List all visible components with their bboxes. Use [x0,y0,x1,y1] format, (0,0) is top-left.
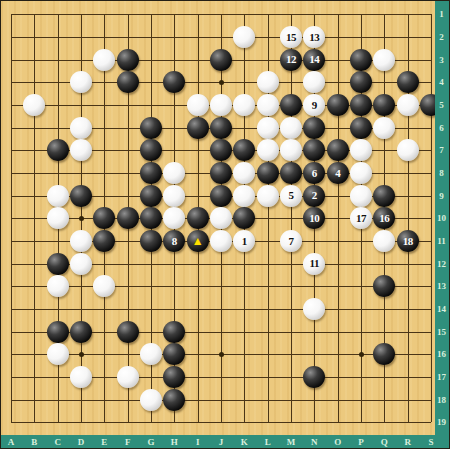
stone-F15[interactable] [117,321,139,343]
move-number: 17 [356,213,366,224]
stone-M3[interactable]: 12 [280,49,302,71]
stone-M6[interactable] [280,117,302,139]
stone-N9[interactable]: 2 [303,185,325,207]
grid-line-horizontal [11,422,431,423]
triangle-marker-icon: ▲ [192,235,204,247]
stone-C15[interactable] [47,321,69,343]
stone-D6[interactable] [70,117,92,139]
row-label-8: 8 [435,168,448,178]
stone-Q9[interactable] [373,185,395,207]
row-label-2: 2 [435,32,448,42]
stone-N6[interactable] [303,117,325,139]
stone-L5[interactable] [257,94,279,116]
stone-J5[interactable] [210,94,232,116]
row-label-11: 11 [435,236,448,246]
stone-D17[interactable] [70,366,92,388]
stone-J8[interactable] [210,162,232,184]
move-number: 9 [312,100,317,111]
stone-F10[interactable] [117,207,139,229]
row-label-5: 5 [435,100,448,110]
move-number: 12 [286,54,296,65]
stone-P6[interactable] [350,117,372,139]
stone-Q6[interactable] [373,117,395,139]
col-label-K: K [241,437,248,447]
move-number: 10 [309,213,319,224]
stone-M11[interactable]: 7 [280,230,302,252]
stone-G11[interactable] [140,230,162,252]
col-label-R: R [404,437,411,447]
stone-Q3[interactable] [373,49,395,71]
col-label-F: F [125,437,131,447]
grid-line-horizontal [11,309,431,310]
stone-N3[interactable]: 14 [303,49,325,71]
row-label-6: 6 [435,123,448,133]
stone-J3[interactable] [210,49,232,71]
stone-F3[interactable] [117,49,139,71]
col-label-G: G [147,437,154,447]
stone-E3[interactable] [93,49,115,71]
col-label-Q: Q [381,437,388,447]
stone-P5[interactable] [350,94,372,116]
stone-R5[interactable] [397,94,419,116]
stone-I10[interactable] [187,207,209,229]
stone-G18[interactable] [140,389,162,411]
stone-O8[interactable]: 4 [327,162,349,184]
row-label-19: 19 [435,417,448,427]
stone-C12[interactable] [47,253,69,275]
stone-L7[interactable] [257,139,279,161]
stone-J6[interactable] [210,117,232,139]
stone-D11[interactable] [70,230,92,252]
stone-H18[interactable] [163,389,185,411]
stone-G6[interactable] [140,117,162,139]
stone-J11[interactable] [210,230,232,252]
grid-line-vertical [431,14,432,422]
grid-line-vertical [338,14,339,422]
stone-K9[interactable] [233,185,255,207]
col-label-D: D [78,437,85,447]
row-label-14: 14 [435,304,448,314]
stone-P3[interactable] [350,49,372,71]
col-label-J: J [219,437,224,447]
stone-M5[interactable] [280,94,302,116]
stone-I5[interactable] [187,94,209,116]
move-number: 4 [335,168,340,179]
stone-M9[interactable]: 5 [280,185,302,207]
col-label-H: H [171,437,178,447]
row-label-12: 12 [435,259,448,269]
move-number: 6 [312,168,317,179]
stone-H15[interactable] [163,321,185,343]
stone-D12[interactable] [70,253,92,275]
stone-R11[interactable]: 18 [397,230,419,252]
move-number: 7 [289,236,294,247]
move-number: 11 [310,258,319,269]
row-label-4: 4 [435,77,448,87]
col-label-N: N [311,437,318,447]
stone-C13[interactable] [47,275,69,297]
go-board: 15131214964521017168▲171811 ABCDEFGHIJKL… [0,0,450,449]
row-label-10: 10 [435,213,448,223]
row-label-3: 3 [435,55,448,65]
stone-L8[interactable] [257,162,279,184]
stone-M2[interactable]: 15 [280,26,302,48]
move-number: 1 [242,236,247,247]
stone-P9[interactable] [350,185,372,207]
row-label-1: 1 [435,9,448,19]
row-label-9: 9 [435,191,448,201]
move-number: 13 [309,32,319,43]
stone-L4[interactable] [257,71,279,93]
stone-R7[interactable] [397,139,419,161]
row-label-18: 18 [435,395,448,405]
stone-C16[interactable] [47,343,69,365]
stone-J9[interactable] [210,185,232,207]
stone-F17[interactable] [117,366,139,388]
grid-line-horizontal [11,286,431,287]
row-label-15: 15 [435,327,448,337]
grid-line-horizontal [11,400,431,401]
move-number: 16 [379,213,389,224]
stone-C9[interactable] [47,185,69,207]
col-label-C: C [54,437,61,447]
move-number: 5 [289,190,294,201]
col-label-I: I [196,437,200,447]
stone-D15[interactable] [70,321,92,343]
col-label-L: L [265,437,271,447]
col-label-M: M [287,437,296,447]
stone-C7[interactable] [47,139,69,161]
stone-M8[interactable] [280,162,302,184]
move-number: 8 [172,236,177,247]
row-label-17: 17 [435,372,448,382]
stone-I6[interactable] [187,117,209,139]
row-label-7: 7 [435,145,448,155]
stone-C10[interactable] [47,207,69,229]
stone-G9[interactable] [140,185,162,207]
stone-G8[interactable] [140,162,162,184]
move-number: 14 [309,54,319,65]
row-label-16: 16 [435,349,448,359]
col-label-S: S [428,437,433,447]
grid-line-vertical [291,14,292,422]
move-number: 2 [312,190,317,201]
stone-O7[interactable] [327,139,349,161]
move-number: 15 [286,32,296,43]
stone-F4[interactable] [117,71,139,93]
stone-P8[interactable] [350,162,372,184]
stone-R4[interactable] [397,71,419,93]
col-label-B: B [31,437,37,447]
stone-I11[interactable]: ▲ [187,230,209,252]
stone-O5[interactable] [327,94,349,116]
row-label-13: 13 [435,281,448,291]
col-label-O: O [334,437,341,447]
col-label-P: P [358,437,364,447]
col-label-A: A [8,437,15,447]
move-number: 18 [403,236,413,247]
stone-L6[interactable] [257,117,279,139]
stone-N12[interactable]: 11 [303,253,325,275]
stone-D9[interactable] [70,185,92,207]
stone-L9[interactable] [257,185,279,207]
stone-H9[interactable] [163,185,185,207]
col-label-E: E [101,437,107,447]
